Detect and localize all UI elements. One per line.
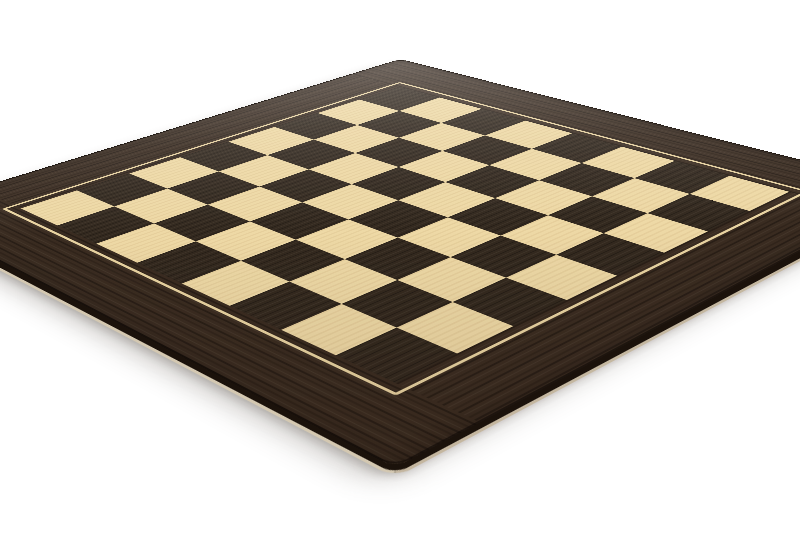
product-photo [0, 0, 800, 533]
chessboard [0, 59, 800, 468]
